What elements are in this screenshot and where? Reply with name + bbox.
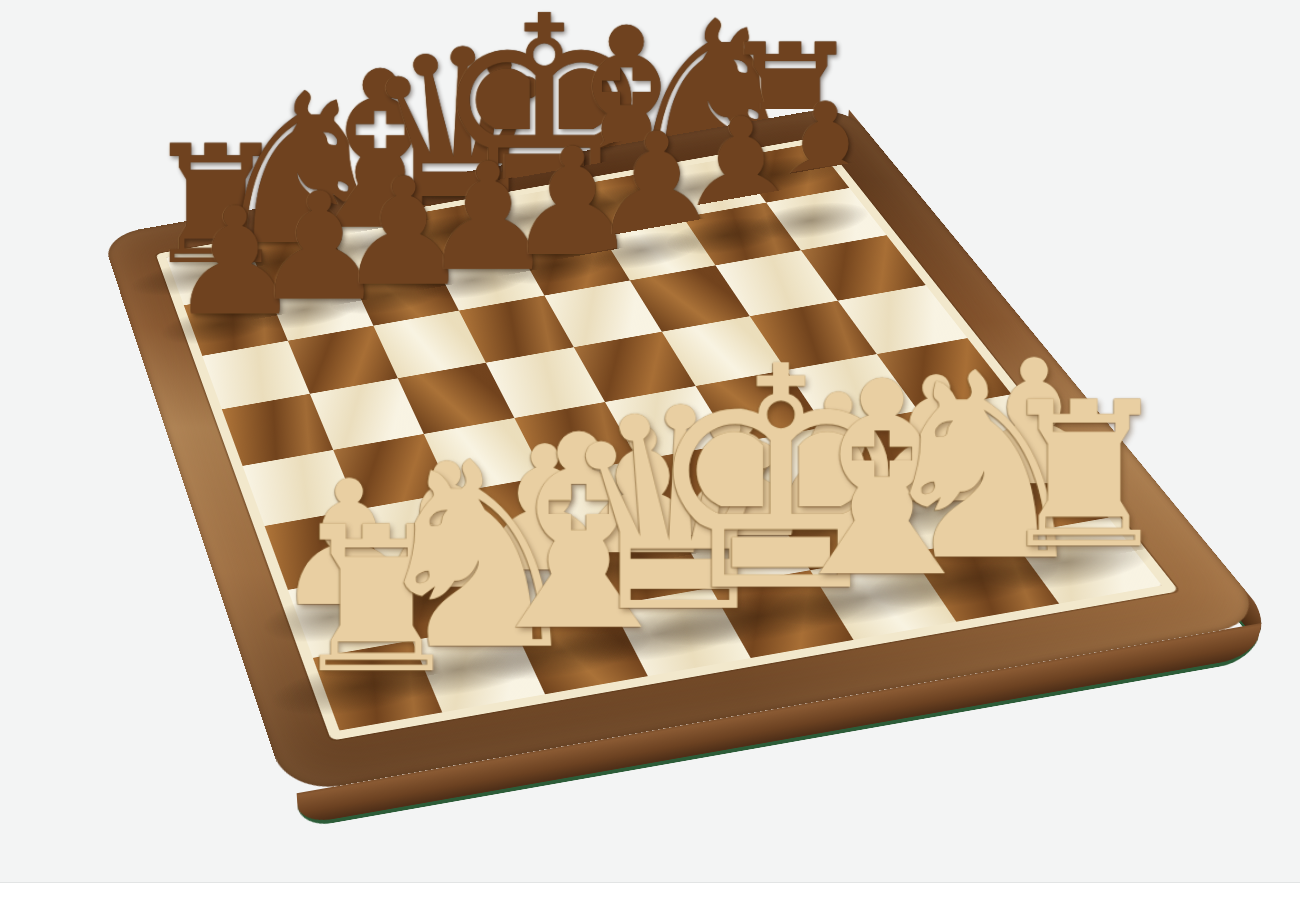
photo-backdrop: ♜♞♝♛♚♝♞♜♟♟♟♟♟♟♟♟♟♟♟♟♟♟♟♟♜♞♝♛♚♝♞♜: [0, 0, 1300, 882]
board-perspective-scene: ♜♞♝♛♚♝♞♜♟♟♟♟♟♟♟♟♟♟♟♟♟♟♟♟♜♞♝♛♚♝♞♜: [0, 0, 1300, 882]
piece-black-knight-b8: ♞: [203, 0, 393, 259]
board-rotation-wrapper: ♜♞♝♛♚♝♞♜♟♟♟♟♟♟♟♟♟♟♟♟♟♟♟♟♜♞♝♛♚♝♞♜: [0, 0, 1300, 882]
chess-board: ♜♞♝♛♚♝♞♜♟♟♟♟♟♟♟♟♟♟♟♟♟♟♟♟♜♞♝♛♚♝♞♜: [101, 105, 1270, 795]
page-background-strip: [0, 883, 1300, 900]
piece-black-rook-a8: ♜: [121, 11, 311, 274]
product-photo: ♜♞♝♛♚♝♞♜♟♟♟♟♟♟♟♟♟♟♟♟♟♟♟♟♜♞♝♛♚♝♞♜: [0, 0, 1300, 900]
